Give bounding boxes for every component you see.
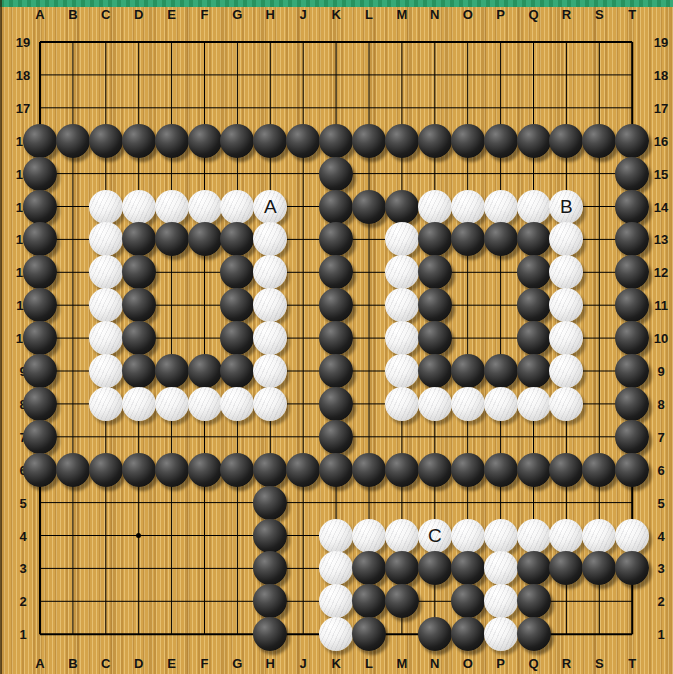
coord-bottom-N: N: [430, 656, 439, 671]
stone-black-P13: [484, 222, 518, 256]
stone-black-D10: [122, 321, 156, 355]
stone-black-N6: [418, 453, 452, 487]
stone-white-O4: [451, 519, 485, 553]
coord-bottom-D: D: [134, 656, 143, 671]
stone-black-H16: [253, 124, 287, 158]
stone-white-D8: [122, 387, 156, 421]
stone-white-G14: [220, 190, 254, 224]
stone-black-K8: [319, 387, 353, 421]
stone-black-Q1: [517, 617, 551, 651]
stone-black-N3: [418, 551, 452, 585]
coord-bottom-P: P: [496, 656, 505, 671]
coord-right-5: 5: [657, 495, 664, 510]
stone-white-M9: [385, 354, 419, 388]
stone-black-K14: [319, 190, 353, 224]
stone-black-O2: [451, 584, 485, 618]
stone-black-N16: [418, 124, 452, 158]
stone-white-C10: [89, 321, 123, 355]
stone-white-C9: [89, 354, 123, 388]
stone-black-K9: [319, 354, 353, 388]
stone-black-F9: [188, 354, 222, 388]
stone-white-C14: [89, 190, 123, 224]
stone-black-L14: [352, 190, 386, 224]
stone-white-Q14: [517, 190, 551, 224]
stone-black-E9: [155, 354, 189, 388]
coord-right-4: 4: [657, 528, 664, 543]
stone-white-D14: [122, 190, 156, 224]
labeled-stone-A-H14[interactable]: A: [253, 190, 287, 224]
stone-black-J6: [286, 453, 320, 487]
coord-left-2: 2: [19, 594, 26, 609]
stone-black-A11: [23, 288, 57, 322]
coord-bottom-H: H: [266, 656, 275, 671]
stone-black-H4: [253, 519, 287, 553]
coord-bottom-T: T: [628, 656, 636, 671]
stone-black-N9: [418, 354, 452, 388]
coord-right-17: 17: [654, 100, 668, 115]
stone-black-E16: [155, 124, 189, 158]
stone-black-T9: [615, 354, 649, 388]
coord-right-15: 15: [654, 166, 668, 181]
coord-bottom-L: L: [365, 656, 373, 671]
stone-black-C16: [89, 124, 123, 158]
coord-bottom-K: K: [331, 656, 340, 671]
stone-white-N8: [418, 387, 452, 421]
stone-black-N13: [418, 222, 452, 256]
coord-right-8: 8: [657, 396, 664, 411]
coord-right-2: 2: [657, 594, 664, 609]
stone-white-C12: [89, 255, 123, 289]
stone-white-P4: [484, 519, 518, 553]
stone-black-N10: [418, 321, 452, 355]
coord-top-S: S: [595, 7, 604, 22]
stone-white-M12: [385, 255, 419, 289]
stone-white-Q4: [517, 519, 551, 553]
stone-white-M10: [385, 321, 419, 355]
coord-bottom-M: M: [396, 656, 407, 671]
stone-black-H6: [253, 453, 287, 487]
stone-white-O14: [451, 190, 485, 224]
stone-black-B6: [56, 453, 90, 487]
stone-black-F6: [188, 453, 222, 487]
labeled-stone-C-N4[interactable]: C: [418, 519, 452, 553]
coord-bottom-S: S: [595, 656, 604, 671]
coord-top-A: A: [35, 7, 44, 22]
coord-right-6: 6: [657, 462, 664, 477]
coord-right-10: 10: [654, 331, 668, 346]
stone-black-A7: [23, 420, 57, 454]
stone-black-M6: [385, 453, 419, 487]
coord-left-18: 18: [16, 67, 30, 82]
stone-white-O8: [451, 387, 485, 421]
stone-black-O1: [451, 617, 485, 651]
stone-black-M16: [385, 124, 419, 158]
coord-top-N: N: [430, 7, 439, 22]
stone-black-P6: [484, 453, 518, 487]
stone-white-N14: [418, 190, 452, 224]
stone-black-Q11: [517, 288, 551, 322]
stone-black-D16: [122, 124, 156, 158]
stone-black-J16: [286, 124, 320, 158]
coord-right-13: 13: [654, 232, 668, 247]
stone-white-P1: [484, 617, 518, 651]
coord-right-12: 12: [654, 265, 668, 280]
stone-white-P14: [484, 190, 518, 224]
coord-right-7: 7: [657, 429, 664, 444]
coord-left-17: 17: [16, 100, 30, 115]
coord-left-4: 4: [19, 528, 26, 543]
stone-black-B16: [56, 124, 90, 158]
stone-black-O13: [451, 222, 485, 256]
stone-white-P3: [484, 551, 518, 585]
stone-black-K6: [319, 453, 353, 487]
coord-right-14: 14: [654, 199, 668, 214]
stone-black-A16: [23, 124, 57, 158]
stone-black-Q2: [517, 584, 551, 618]
coord-left-1: 1: [19, 627, 26, 642]
stone-white-L4: [352, 519, 386, 553]
coord-bottom-G: G: [232, 656, 242, 671]
coord-right-16: 16: [654, 133, 668, 148]
stone-black-G16: [220, 124, 254, 158]
coord-top-L: L: [365, 7, 373, 22]
stone-black-D9: [122, 354, 156, 388]
stone-black-N1: [418, 617, 452, 651]
stone-black-T7: [615, 420, 649, 454]
stone-black-O16: [451, 124, 485, 158]
coord-bottom-J: J: [300, 656, 307, 671]
stone-black-P9: [484, 354, 518, 388]
go-board-page: AABBCCDDEEFFGGHHJJKKLLMMNNOOPPQQRRSSTT19…: [0, 0, 673, 674]
stone-black-N12: [418, 255, 452, 289]
stone-black-S16: [582, 124, 616, 158]
coord-bottom-R: R: [562, 656, 571, 671]
coord-right-11: 11: [654, 298, 668, 313]
stone-black-Q10: [517, 321, 551, 355]
coord-bottom-Q: Q: [528, 656, 538, 671]
coord-top-T: T: [628, 7, 636, 22]
coord-bottom-B: B: [68, 656, 77, 671]
stone-black-G6: [220, 453, 254, 487]
coord-top-R: R: [562, 7, 571, 22]
coord-left-3: 3: [19, 561, 26, 576]
stone-black-L1: [352, 617, 386, 651]
stone-black-R6: [549, 453, 583, 487]
coord-left-5: 5: [19, 495, 26, 510]
coord-right-9: 9: [657, 364, 664, 379]
stone-black-A10: [23, 321, 57, 355]
stone-black-K16: [319, 124, 353, 158]
labeled-stone-B-R14[interactable]: B: [549, 190, 583, 224]
coord-right-18: 18: [654, 67, 668, 82]
stone-black-T15: [615, 157, 649, 191]
stone-white-K4: [319, 519, 353, 553]
coord-left-19: 19: [16, 35, 30, 50]
stone-black-T8: [615, 387, 649, 421]
coord-bottom-C: C: [101, 656, 110, 671]
stone-white-T4: [615, 519, 649, 553]
stone-white-C8: [89, 387, 123, 421]
stone-black-O3: [451, 551, 485, 585]
stone-black-Q6: [517, 453, 551, 487]
stone-white-R4: [549, 519, 583, 553]
coord-top-Q: Q: [528, 7, 538, 22]
coord-bottom-O: O: [463, 656, 473, 671]
stone-black-T16: [615, 124, 649, 158]
coord-right-1: 1: [657, 627, 664, 642]
stone-white-Q8: [517, 387, 551, 421]
stone-black-C6: [89, 453, 123, 487]
stone-black-M14: [385, 190, 419, 224]
stone-white-F8: [188, 387, 222, 421]
coord-top-F: F: [201, 7, 209, 22]
stone-black-A9: [23, 354, 57, 388]
stone-black-D12: [122, 255, 156, 289]
stone-white-H8: [253, 387, 287, 421]
stone-white-C13: [89, 222, 123, 256]
coord-top-D: D: [134, 7, 143, 22]
stone-black-A6: [23, 453, 57, 487]
stone-black-E13: [155, 222, 189, 256]
coord-top-P: P: [496, 7, 505, 22]
stone-black-D13: [122, 222, 156, 256]
stone-black-Q3: [517, 551, 551, 585]
stone-black-F16: [188, 124, 222, 158]
stone-black-N11: [418, 288, 452, 322]
stone-white-S4: [582, 519, 616, 553]
stone-black-A15: [23, 157, 57, 191]
stone-black-A8: [23, 387, 57, 421]
coord-right-3: 3: [657, 561, 664, 576]
coord-right-19: 19: [654, 35, 668, 50]
coord-top-G: G: [232, 7, 242, 22]
stone-white-M8: [385, 387, 419, 421]
stone-black-H5: [253, 486, 287, 520]
stone-white-M4: [385, 519, 419, 553]
stone-black-O6: [451, 453, 485, 487]
coord-top-H: H: [266, 7, 275, 22]
stone-black-S6: [582, 453, 616, 487]
coord-top-M: M: [396, 7, 407, 22]
coord-top-O: O: [463, 7, 473, 22]
stone-black-M2: [385, 584, 419, 618]
stone-black-P16: [484, 124, 518, 158]
stone-black-Q16: [517, 124, 551, 158]
coord-bottom-A: A: [35, 656, 44, 671]
stone-black-R16: [549, 124, 583, 158]
stone-black-F13: [188, 222, 222, 256]
stone-white-C11: [89, 288, 123, 322]
stone-black-O9: [451, 354, 485, 388]
coord-top-J: J: [300, 7, 307, 22]
coord-bottom-E: E: [167, 656, 176, 671]
stone-white-E14: [155, 190, 189, 224]
stone-black-K7: [319, 420, 353, 454]
coord-bottom-F: F: [201, 656, 209, 671]
stone-black-K10: [319, 321, 353, 355]
stone-black-Q9: [517, 354, 551, 388]
coord-top-K: K: [331, 7, 340, 22]
coord-top-E: E: [167, 7, 176, 22]
stone-black-T6: [615, 453, 649, 487]
stone-black-Q13: [517, 222, 551, 256]
stone-black-D6: [122, 453, 156, 487]
stone-white-M11: [385, 288, 419, 322]
coord-top-B: B: [68, 7, 77, 22]
stone-black-T14: [615, 190, 649, 224]
stone-black-E6: [155, 453, 189, 487]
stone-black-Q12: [517, 255, 551, 289]
stone-black-A14: [23, 190, 57, 224]
stone-white-P2: [484, 584, 518, 618]
stone-black-L6: [352, 453, 386, 487]
coord-top-C: C: [101, 7, 110, 22]
stone-black-K15: [319, 157, 353, 191]
stone-white-P8: [484, 387, 518, 421]
stone-white-E8: [155, 387, 189, 421]
stone-black-D11: [122, 288, 156, 322]
stone-white-F14: [188, 190, 222, 224]
stone-black-L16: [352, 124, 386, 158]
